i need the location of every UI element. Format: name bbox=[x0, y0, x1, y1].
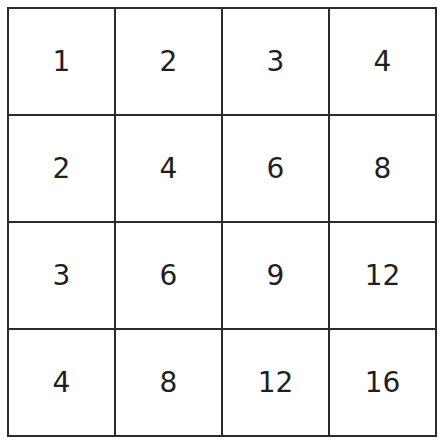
grid-cell-r2c2: 4 bbox=[116, 116, 221, 221]
grid-cell-r4c3: 12 bbox=[223, 330, 328, 435]
number-grid: 1234246836912481216 bbox=[7, 7, 437, 437]
page: 1234246836912481216 bbox=[0, 0, 444, 444]
grid-cell-r2c1: 2 bbox=[9, 116, 114, 221]
grid-cell-r1c4: 4 bbox=[330, 9, 435, 114]
grid-cell-r4c2: 8 bbox=[116, 330, 221, 435]
grid-cell-r1c2: 2 bbox=[116, 9, 221, 114]
grid-cell-r3c3: 9 bbox=[223, 223, 328, 328]
grid-cell-r3c2: 6 bbox=[116, 223, 221, 328]
grid-cell-r4c1: 4 bbox=[9, 330, 114, 435]
grid-cell-r3c4: 12 bbox=[330, 223, 435, 328]
grid-cell-r2c4: 8 bbox=[330, 116, 435, 221]
grid-cell-r3c1: 3 bbox=[9, 223, 114, 328]
grid-cell-r2c3: 6 bbox=[223, 116, 328, 221]
grid-cell-r1c1: 1 bbox=[9, 9, 114, 114]
grid-cell-r4c4: 16 bbox=[330, 330, 435, 435]
grid-cell-r1c3: 3 bbox=[223, 9, 328, 114]
